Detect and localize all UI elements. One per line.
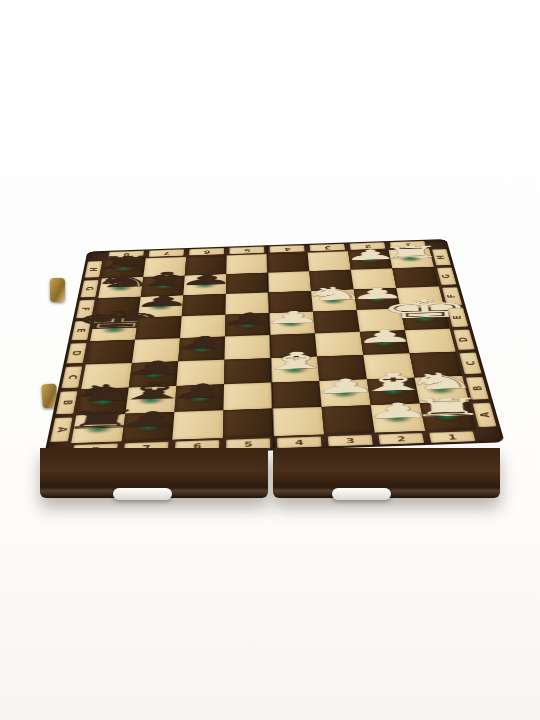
square-e8[interactable]: ♚ [90, 318, 138, 342]
white-pawn-e4[interactable]: ♟ [262, 309, 323, 326]
square-h1[interactable]: ♜ [389, 248, 434, 268]
file-label-text: A [55, 427, 68, 433]
square-c1[interactable] [410, 352, 463, 378]
rank-label-text: 3 [324, 245, 331, 250]
rank-label-text: 2 [396, 435, 406, 442]
white-king-e1[interactable]: ♚ [378, 296, 473, 322]
square-d2[interactable]: ♟ [360, 330, 410, 355]
coord-label-rank: 1 [429, 431, 476, 443]
piece-shadow [424, 409, 471, 424]
rank-label-text: 6 [203, 249, 210, 254]
square-b7[interactable]: ♝ [125, 386, 176, 414]
coord-label-file: C [61, 366, 82, 388]
file-label-text: A [478, 412, 492, 418]
piece-shadow [419, 383, 465, 397]
square-a6[interactable] [172, 410, 223, 439]
square-c4[interactable]: ♝ [271, 357, 319, 383]
black-pawn-g6[interactable]: ♟ [177, 272, 236, 287]
square-b8[interactable]: ♞ [76, 388, 129, 416]
white-rook-h1[interactable]: ♜ [378, 244, 444, 261]
piece-felt-base [138, 396, 164, 405]
white-pawn-d2[interactable]: ♟ [354, 328, 416, 345]
piece-shadow [75, 421, 121, 436]
piece-shadow [375, 411, 421, 426]
piece-shadow [126, 420, 171, 435]
piece-felt-base [187, 394, 213, 403]
piece-felt-base [384, 414, 411, 423]
coord-label-rank: 3 [328, 435, 373, 447]
square-c5[interactable] [224, 358, 272, 384]
square-a8[interactable]: ♜ [71, 414, 125, 444]
coord-label-rank: 3 [310, 244, 346, 252]
file-label-text: G [441, 274, 452, 278]
file-label-text: B [471, 386, 484, 391]
square-a3[interactable] [322, 405, 375, 434]
rank-label-text: 4 [284, 247, 291, 252]
coord-label-rank: 2 [378, 433, 424, 445]
coord-label-rank: 6 [189, 248, 224, 256]
square-h4[interactable] [267, 253, 309, 273]
box-foot [332, 488, 391, 500]
rank-label-text: 7 [163, 251, 170, 256]
file-label-text: D [71, 351, 83, 356]
piece-shadow [178, 392, 221, 407]
frame-corner [476, 428, 505, 443]
square-b6[interactable]: ♟ [174, 384, 224, 412]
piece-felt-base [90, 397, 116, 406]
coord-label-file: B [56, 391, 78, 414]
square-a2[interactable]: ♟ [371, 403, 426, 432]
square-b3[interactable]: ♟ [319, 379, 370, 407]
square-c6[interactable] [176, 360, 224, 386]
file-label-text: D [458, 337, 470, 342]
piece-felt-base [428, 385, 455, 394]
rank-label-text: 5 [244, 440, 253, 447]
square-b4[interactable] [272, 381, 322, 409]
coord-label-file: C [459, 353, 481, 375]
square-a7[interactable]: ♟ [122, 412, 175, 441]
file-label-text: C [464, 361, 477, 366]
piece-felt-base [434, 412, 462, 421]
square-b1[interactable]: ♞ [415, 376, 469, 403]
chessboard-photo: 87654321H♜♟♜HG♞♝♟GF♟♞♟FE♚♟♟♚ED♟♟DC♟♝CB♞♝… [0, 0, 540, 720]
coord-label-file: D [453, 330, 475, 350]
piece-shadow [323, 386, 367, 400]
square-b5[interactable] [223, 383, 272, 411]
rank-label-text: 1 [447, 433, 457, 440]
square-a5[interactable] [223, 409, 274, 438]
piece-shadow [371, 385, 416, 399]
square-b2[interactable]: ♝ [367, 378, 420, 406]
square-c2[interactable] [363, 353, 414, 379]
coord-label-file: A [50, 417, 73, 442]
piece-felt-base [135, 422, 162, 431]
box-half-right [273, 448, 501, 498]
coord-label-file: B [466, 377, 489, 400]
coord-label-rank: 4 [277, 436, 322, 448]
box-foot [113, 488, 172, 500]
piece-felt-base [332, 389, 358, 398]
square-a1[interactable]: ♜ [420, 402, 476, 431]
black-king-e8[interactable]: ♚ [67, 307, 166, 333]
folding-box-front [40, 448, 500, 498]
rank-label-text: 3 [346, 437, 356, 444]
square-e4[interactable]: ♟ [269, 312, 315, 335]
coord-label-file: A [473, 403, 497, 427]
file-label-text: B [61, 400, 74, 405]
piece-shadow [129, 393, 173, 408]
box-half-left [40, 448, 268, 498]
piece-shadow [80, 395, 125, 410]
piece-shadow [274, 363, 316, 377]
coord-label-file: D [67, 343, 87, 364]
coord-label-rank: 4 [270, 245, 305, 253]
rank-label-text: 4 [295, 439, 304, 446]
board-scene: 87654321H♜♟♜HG♞♝♟GF♟♞♟FE♚♟♟♚ED♟♟DC♟♝CB♞♝… [0, 0, 540, 720]
board-frame: 87654321H♜♟♜HG♞♝♟GF♟♞♟FE♚♟♟♚ED♟♟DC♟♝CB♞♝… [43, 239, 504, 458]
square-c7[interactable]: ♟ [129, 361, 178, 387]
coord-label-rank: 5 [229, 247, 264, 255]
piece-felt-base [282, 366, 307, 374]
file-label-text: C [66, 375, 78, 380]
piece-felt-base [85, 424, 112, 433]
rank-label-text: 5 [243, 248, 250, 253]
piece-felt-base [380, 387, 406, 396]
coord-label-file: G [437, 268, 457, 285]
square-a4[interactable] [273, 407, 325, 436]
